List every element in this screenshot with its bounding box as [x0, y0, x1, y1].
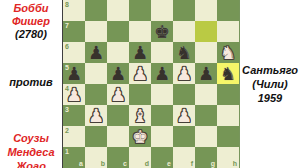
square-f6[interactable]: ♞	[173, 42, 195, 63]
file-label-a: a	[79, 160, 83, 167]
square-d5[interactable]: ♟	[129, 63, 151, 84]
square-f3[interactable]: ♟	[173, 105, 195, 126]
square-d6[interactable]: ♟	[129, 42, 151, 63]
square-e2[interactable]	[151, 126, 173, 147]
square-g8[interactable]	[195, 0, 217, 21]
white-pawn[interactable]: ♟	[88, 105, 104, 126]
square-b8[interactable]	[85, 0, 107, 21]
rank-label-2: 2	[65, 127, 69, 134]
game-diagram: Бобби Фишер (2780) против Соузы Мендеса …	[0, 0, 300, 168]
chess-board: 87♚6♟♟♞♞5♟♟♟♟♟♟♞4♟♟3♟♝♟2♚1abcdefgh	[62, 0, 240, 168]
square-e7[interactable]: ♚	[151, 21, 173, 42]
square-c3[interactable]	[107, 105, 129, 126]
versus-label: против	[0, 76, 62, 89]
square-e4[interactable]	[151, 84, 173, 105]
white-knight[interactable]: ♞	[220, 42, 236, 63]
square-a3[interactable]: 3	[63, 105, 85, 126]
square-d2[interactable]: ♚	[129, 126, 151, 147]
square-b3[interactable]: ♟	[85, 105, 107, 126]
square-b7[interactable]	[85, 21, 107, 42]
file-label-b: b	[101, 160, 105, 167]
square-a5[interactable]: 5♟	[63, 63, 85, 84]
square-c2[interactable]	[107, 126, 129, 147]
black-king[interactable]: ♚	[154, 21, 170, 42]
white-pawn[interactable]: ♟	[110, 84, 126, 105]
square-f7[interactable]	[173, 21, 195, 42]
square-h2[interactable]	[217, 126, 239, 147]
white-bishop[interactable]: ♝	[132, 105, 148, 126]
square-d7[interactable]	[129, 21, 151, 42]
square-a1[interactable]: 1a	[63, 147, 85, 168]
rank-label-8: 8	[65, 1, 69, 8]
black-player-label: Соузы Мендеса Жоао	[0, 131, 62, 168]
square-a8[interactable]: 8	[63, 0, 85, 21]
square-d4[interactable]	[129, 84, 151, 105]
square-e1[interactable]: e	[151, 147, 173, 168]
square-f8[interactable]	[173, 0, 195, 21]
black-pawn[interactable]: ♟	[88, 42, 104, 63]
square-c8[interactable]	[107, 0, 129, 21]
square-a2[interactable]: 2	[63, 126, 85, 147]
square-h5[interactable]: ♞	[217, 63, 239, 84]
square-g2[interactable]	[195, 126, 217, 147]
file-label-g: g	[211, 160, 215, 167]
square-h1[interactable]: h	[217, 147, 239, 168]
white-player-name-line1: Бобби	[0, 2, 62, 15]
square-b6[interactable]: ♟	[85, 42, 107, 63]
square-h8[interactable]	[217, 0, 239, 21]
square-b4[interactable]	[85, 84, 107, 105]
square-f2[interactable]	[173, 126, 195, 147]
file-label-d: d	[145, 160, 149, 167]
square-h3[interactable]	[217, 105, 239, 126]
file-label-h: h	[233, 160, 237, 167]
rank-label-7: 7	[65, 22, 69, 29]
square-a6[interactable]: 6	[63, 42, 85, 63]
black-pawn[interactable]: ♟	[154, 63, 170, 84]
rank-label-4: 4	[65, 85, 69, 92]
square-g1[interactable]: g	[195, 147, 217, 168]
file-label-f: f	[191, 160, 193, 167]
black-pawn[interactable]: ♟	[110, 63, 126, 84]
black-player-name-line3: Жоао	[0, 159, 62, 168]
square-g5[interactable]: ♟	[195, 63, 217, 84]
square-h6[interactable]: ♞	[217, 42, 239, 63]
square-b5[interactable]	[85, 63, 107, 84]
rank-label-5: 5	[65, 64, 69, 71]
square-a7[interactable]: 7	[63, 21, 85, 42]
event-label: Сантьяго (Чили) 1959	[240, 63, 300, 105]
file-label-c: c	[123, 160, 127, 167]
black-player-name-line1: Соузы	[0, 131, 62, 145]
square-f4[interactable]	[173, 84, 195, 105]
square-c7[interactable]	[107, 21, 129, 42]
black-pawn[interactable]: ♟	[132, 42, 148, 63]
square-b1[interactable]: b	[85, 147, 107, 168]
white-player-name-line2: Фишер	[0, 15, 62, 28]
square-g6[interactable]	[195, 42, 217, 63]
square-c4[interactable]: ♟	[107, 84, 129, 105]
event-country: (Чили)	[240, 77, 300, 91]
white-pawn[interactable]: ♟	[132, 63, 148, 84]
white-pawn[interactable]: ♟	[176, 105, 192, 126]
white-pawn[interactable]: ♟	[176, 63, 192, 84]
square-e3[interactable]	[151, 105, 173, 126]
square-f5[interactable]: ♟	[173, 63, 195, 84]
square-g3[interactable]	[195, 105, 217, 126]
file-label-e: e	[167, 160, 171, 167]
square-f1[interactable]: f	[173, 147, 195, 168]
square-g7[interactable]	[195, 21, 217, 42]
square-a4[interactable]: 4♟	[63, 84, 85, 105]
square-e8[interactable]	[151, 0, 173, 21]
square-e6[interactable]	[151, 42, 173, 63]
square-b2[interactable]	[85, 126, 107, 147]
square-c5[interactable]: ♟	[107, 63, 129, 84]
square-d1[interactable]: d	[129, 147, 151, 168]
square-h4[interactable]	[217, 84, 239, 105]
square-e5[interactable]: ♟	[151, 63, 173, 84]
rank-label-1: 1	[65, 148, 69, 155]
black-pawn[interactable]: ♟	[198, 63, 214, 84]
square-d3[interactable]: ♝	[129, 105, 151, 126]
white-player-label: Бобби Фишер (2780)	[0, 2, 62, 41]
square-h7[interactable]	[217, 21, 239, 42]
event-year: 1959	[240, 91, 300, 105]
event-city: Сантьяго	[240, 63, 300, 77]
white-king[interactable]: ♚	[132, 126, 148, 147]
square-c1[interactable]: c	[107, 147, 129, 168]
rank-label-6: 6	[65, 43, 69, 50]
black-knight[interactable]: ♞	[220, 63, 236, 84]
square-c6[interactable]	[107, 42, 129, 63]
black-knight[interactable]: ♞	[176, 42, 192, 63]
white-player-rating: (2780)	[0, 28, 62, 41]
square-g4[interactable]	[195, 84, 217, 105]
black-player-name-line2: Мендеса	[0, 145, 62, 159]
square-d8[interactable]	[129, 0, 151, 21]
rank-label-3: 3	[65, 106, 69, 113]
